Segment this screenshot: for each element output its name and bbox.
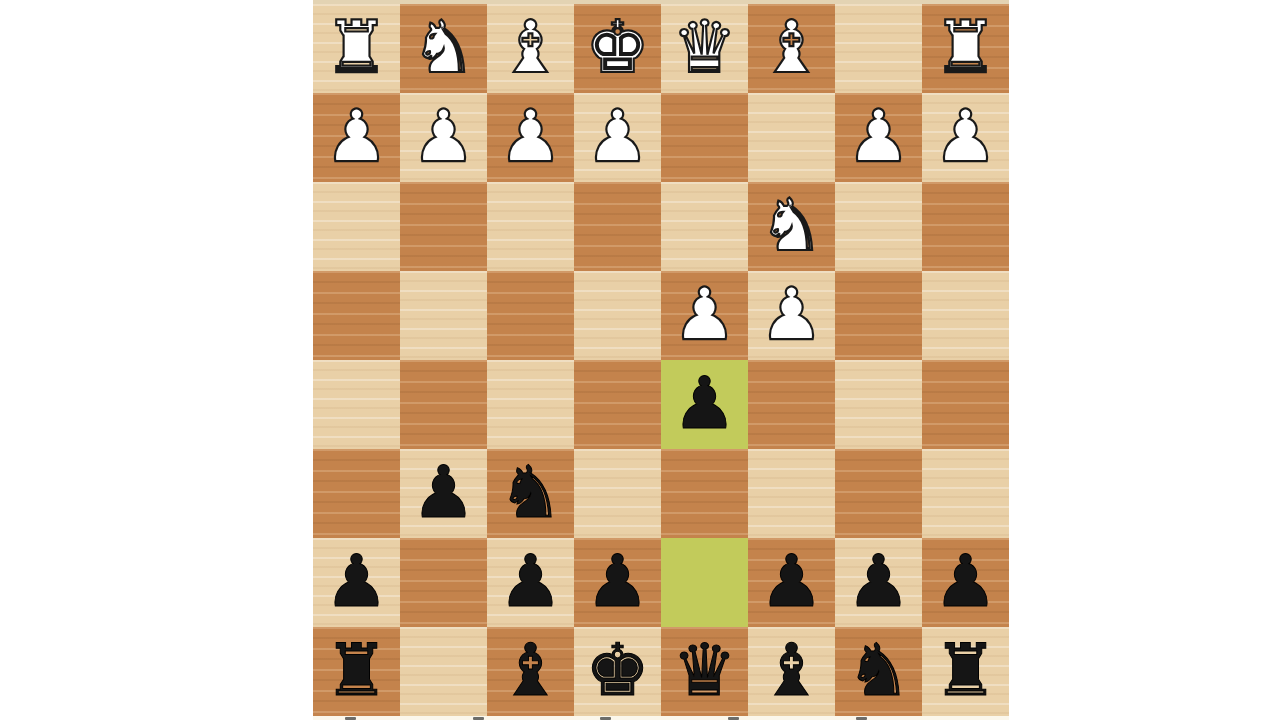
square-a6[interactable]: [922, 449, 1009, 538]
square-a3[interactable]: [922, 182, 1009, 271]
white-king[interactable]: ♚: [585, 11, 650, 83]
white-pawn[interactable]: ♟: [498, 100, 563, 172]
black-pawn[interactable]: ♟: [411, 456, 476, 528]
square-c5[interactable]: [748, 360, 835, 449]
square-c2[interactable]: [748, 93, 835, 182]
square-e6[interactable]: [574, 449, 661, 538]
square-h6[interactable]: [313, 449, 400, 538]
black-pawn[interactable]: ♟: [498, 545, 563, 617]
square-f4[interactable]: [487, 271, 574, 360]
square-f1[interactable]: ♝: [487, 4, 574, 93]
white-bishop[interactable]: ♝: [759, 11, 824, 83]
square-e1[interactable]: ♚: [574, 4, 661, 93]
square-d1[interactable]: ♛: [661, 4, 748, 93]
square-f6[interactable]: ♞: [487, 449, 574, 538]
square-h7[interactable]: ♟: [313, 538, 400, 627]
black-pawn[interactable]: ♟: [759, 545, 824, 617]
white-pawn[interactable]: ♟: [324, 100, 389, 172]
black-pawn[interactable]: ♟: [846, 545, 911, 617]
square-b1[interactable]: [835, 4, 922, 93]
square-a1[interactable]: ♜: [922, 4, 1009, 93]
white-knight[interactable]: ♞: [411, 11, 476, 83]
square-e4[interactable]: [574, 271, 661, 360]
square-h2[interactable]: ♟: [313, 93, 400, 182]
white-pawn[interactable]: ♟: [846, 100, 911, 172]
black-knight[interactable]: ♞: [846, 634, 911, 706]
square-g1[interactable]: ♞: [400, 4, 487, 93]
square-a4[interactable]: [922, 271, 1009, 360]
black-pawn[interactable]: ♟: [585, 545, 650, 617]
square-d5[interactable]: ♟: [661, 360, 748, 449]
square-b5[interactable]: [835, 360, 922, 449]
square-f5[interactable]: [487, 360, 574, 449]
square-e8[interactable]: ♚: [574, 627, 661, 716]
square-a8[interactable]: ♜: [922, 627, 1009, 716]
square-c1[interactable]: ♝: [748, 4, 835, 93]
square-e3[interactable]: [574, 182, 661, 271]
square-f7[interactable]: ♟: [487, 538, 574, 627]
square-a7[interactable]: ♟: [922, 538, 1009, 627]
black-king[interactable]: ♚: [585, 634, 650, 706]
square-f8[interactable]: ♝: [487, 627, 574, 716]
square-e5[interactable]: [574, 360, 661, 449]
square-h3[interactable]: [313, 182, 400, 271]
white-pawn[interactable]: ♟: [411, 100, 476, 172]
black-queen[interactable]: ♛: [672, 634, 737, 706]
square-f3[interactable]: [487, 182, 574, 271]
white-pawn[interactable]: ♟: [672, 278, 737, 350]
square-b8[interactable]: ♞: [835, 627, 922, 716]
black-pawn[interactable]: ♟: [933, 545, 998, 617]
square-h5[interactable]: [313, 360, 400, 449]
white-rook[interactable]: ♜: [324, 11, 389, 83]
square-c8[interactable]: ♝: [748, 627, 835, 716]
square-c6[interactable]: [748, 449, 835, 538]
square-f2[interactable]: ♟: [487, 93, 574, 182]
square-b6[interactable]: [835, 449, 922, 538]
black-rook[interactable]: ♜: [324, 634, 389, 706]
black-bishop[interactable]: ♝: [759, 634, 824, 706]
square-g8[interactable]: [400, 627, 487, 716]
black-rook[interactable]: ♜: [933, 634, 998, 706]
square-g7[interactable]: [400, 538, 487, 627]
square-a5[interactable]: [922, 360, 1009, 449]
square-b4[interactable]: [835, 271, 922, 360]
square-d8[interactable]: ♛: [661, 627, 748, 716]
chess-board: ♜♞♝♚♛♝♜♟♟♟♟♟♟♞♟♟♟♟♞♟♟♟♟♟♟♜♝♚♛♝♞♜: [313, 4, 1009, 716]
square-d7[interactable]: [661, 538, 748, 627]
black-pawn[interactable]: ♟: [324, 545, 389, 617]
square-h8[interactable]: ♜: [313, 627, 400, 716]
square-d6[interactable]: [661, 449, 748, 538]
square-g2[interactable]: ♟: [400, 93, 487, 182]
square-g3[interactable]: [400, 182, 487, 271]
square-h1[interactable]: ♜: [313, 4, 400, 93]
square-h4[interactable]: [313, 271, 400, 360]
square-d2[interactable]: [661, 93, 748, 182]
square-a2[interactable]: ♟: [922, 93, 1009, 182]
chess-board-area: ♜♞♝♚♛♝♜♟♟♟♟♟♟♞♟♟♟♟♞♟♟♟♟♟♟♜♝♚♛♝♞♜: [313, 0, 1009, 720]
square-g4[interactable]: [400, 271, 487, 360]
square-d4[interactable]: ♟: [661, 271, 748, 360]
black-knight[interactable]: ♞: [498, 456, 563, 528]
board-bottom-edge-sliver: [313, 716, 1009, 720]
white-rook[interactable]: ♜: [933, 11, 998, 83]
square-c7[interactable]: ♟: [748, 538, 835, 627]
white-bishop[interactable]: ♝: [498, 11, 563, 83]
square-b3[interactable]: [835, 182, 922, 271]
page-background: ♜♞♝♚♛♝♜♟♟♟♟♟♟♞♟♟♟♟♞♟♟♟♟♟♟♜♝♚♛♝♞♜: [0, 0, 1280, 720]
square-c4[interactable]: ♟: [748, 271, 835, 360]
white-knight[interactable]: ♞: [759, 189, 824, 261]
square-d3[interactable]: [661, 182, 748, 271]
square-g6[interactable]: ♟: [400, 449, 487, 538]
square-e2[interactable]: ♟: [574, 93, 661, 182]
square-e7[interactable]: ♟: [574, 538, 661, 627]
square-g5[interactable]: [400, 360, 487, 449]
square-c3[interactable]: ♞: [748, 182, 835, 271]
square-b2[interactable]: ♟: [835, 93, 922, 182]
square-b7[interactable]: ♟: [835, 538, 922, 627]
white-pawn[interactable]: ♟: [933, 100, 998, 172]
white-queen[interactable]: ♛: [672, 11, 737, 83]
black-bishop[interactable]: ♝: [498, 634, 563, 706]
white-pawn[interactable]: ♟: [759, 278, 824, 350]
black-pawn[interactable]: ♟: [672, 367, 737, 439]
white-pawn[interactable]: ♟: [585, 100, 650, 172]
